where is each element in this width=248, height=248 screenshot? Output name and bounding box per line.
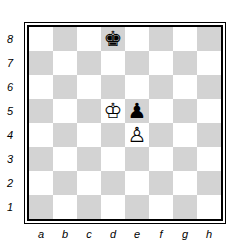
square-g1[interactable] <box>173 195 197 219</box>
square-e2[interactable] <box>125 171 149 195</box>
board-inner-frame: ♚♔♟♙ <box>27 25 223 221</box>
rank-labels: 87654321 <box>0 27 20 219</box>
square-h7[interactable] <box>197 51 221 75</box>
square-e5[interactable]: ♟ <box>125 99 149 123</box>
square-f6[interactable] <box>149 75 173 99</box>
file-label-g: g <box>173 226 197 242</box>
square-f3[interactable] <box>149 147 173 171</box>
square-a4[interactable] <box>29 123 53 147</box>
square-f8[interactable] <box>149 27 173 51</box>
square-d5[interactable]: ♔ <box>101 99 125 123</box>
file-labels: abcdefgh <box>29 226 221 242</box>
square-g3[interactable] <box>173 147 197 171</box>
square-h3[interactable] <box>197 147 221 171</box>
square-e6[interactable] <box>125 75 149 99</box>
square-g6[interactable] <box>173 75 197 99</box>
square-d1[interactable] <box>101 195 125 219</box>
square-b6[interactable] <box>53 75 77 99</box>
square-c4[interactable] <box>77 123 101 147</box>
square-c6[interactable] <box>77 75 101 99</box>
square-a2[interactable] <box>29 171 53 195</box>
square-c8[interactable] <box>77 27 101 51</box>
square-h2[interactable] <box>197 171 221 195</box>
square-f7[interactable] <box>149 51 173 75</box>
square-d4[interactable] <box>101 123 125 147</box>
square-h4[interactable] <box>197 123 221 147</box>
file-label-c: c <box>77 226 101 242</box>
square-e1[interactable] <box>125 195 149 219</box>
square-c5[interactable] <box>77 99 101 123</box>
square-d7[interactable] <box>101 51 125 75</box>
chess-diagram-page: 87654321 ♚♔♟♙ abcdefgh <box>0 0 248 248</box>
square-b3[interactable] <box>53 147 77 171</box>
square-g5[interactable] <box>173 99 197 123</box>
square-a6[interactable] <box>29 75 53 99</box>
square-f5[interactable] <box>149 99 173 123</box>
file-label-a: a <box>29 226 53 242</box>
white-king: ♔ <box>104 99 123 123</box>
square-a3[interactable] <box>29 147 53 171</box>
square-a5[interactable] <box>29 99 53 123</box>
file-label-b: b <box>53 226 77 242</box>
rank-label-7: 7 <box>0 51 20 75</box>
square-c2[interactable] <box>77 171 101 195</box>
rank-label-1: 1 <box>0 195 20 219</box>
square-f1[interactable] <box>149 195 173 219</box>
square-b2[interactable] <box>53 171 77 195</box>
rank-label-4: 4 <box>0 123 20 147</box>
square-a1[interactable] <box>29 195 53 219</box>
square-f2[interactable] <box>149 171 173 195</box>
square-a8[interactable] <box>29 27 53 51</box>
file-label-f: f <box>149 226 173 242</box>
square-d3[interactable] <box>101 147 125 171</box>
square-f4[interactable] <box>149 123 173 147</box>
square-b5[interactable] <box>53 99 77 123</box>
chess-board: ♚♔♟♙ <box>29 27 221 219</box>
square-g2[interactable] <box>173 171 197 195</box>
square-b7[interactable] <box>53 51 77 75</box>
board-frame: ♚♔♟♙ <box>24 22 226 224</box>
square-d8[interactable]: ♚ <box>101 27 125 51</box>
black-king: ♚ <box>104 27 123 51</box>
square-g8[interactable] <box>173 27 197 51</box>
square-a7[interactable] <box>29 51 53 75</box>
square-d2[interactable] <box>101 171 125 195</box>
rank-label-2: 2 <box>0 171 20 195</box>
square-c1[interactable] <box>77 195 101 219</box>
square-e3[interactable] <box>125 147 149 171</box>
square-g7[interactable] <box>173 51 197 75</box>
square-g4[interactable] <box>173 123 197 147</box>
square-d6[interactable] <box>101 75 125 99</box>
square-h1[interactable] <box>197 195 221 219</box>
rank-label-5: 5 <box>0 99 20 123</box>
square-h5[interactable] <box>197 99 221 123</box>
square-b8[interactable] <box>53 27 77 51</box>
rank-label-8: 8 <box>0 27 20 51</box>
square-c3[interactable] <box>77 147 101 171</box>
square-e7[interactable] <box>125 51 149 75</box>
square-e4[interactable]: ♙ <box>125 123 149 147</box>
white-pawn: ♙ <box>128 123 147 147</box>
rank-label-6: 6 <box>0 75 20 99</box>
square-b1[interactable] <box>53 195 77 219</box>
square-h8[interactable] <box>197 27 221 51</box>
file-label-d: d <box>101 226 125 242</box>
square-c7[interactable] <box>77 51 101 75</box>
square-h6[interactable] <box>197 75 221 99</box>
file-label-e: e <box>125 226 149 242</box>
square-e8[interactable] <box>125 27 149 51</box>
square-b4[interactable] <box>53 123 77 147</box>
file-label-h: h <box>197 226 221 242</box>
black-pawn: ♟ <box>128 99 147 123</box>
rank-label-3: 3 <box>0 147 20 171</box>
